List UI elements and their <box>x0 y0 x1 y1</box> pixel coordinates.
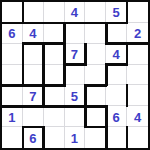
region-border-segment <box>126 126 129 149</box>
cell-r0-c0[interactable] <box>2 2 23 23</box>
cell-r3-c6[interactable] <box>127 65 148 86</box>
cell-r1-c4[interactable] <box>85 23 106 44</box>
cell-r6-c2[interactable] <box>44 127 65 148</box>
cell-r6-c1[interactable]: 6 <box>23 127 44 148</box>
cell-r5-c6[interactable]: 4 <box>127 106 148 127</box>
given-digit: 7 <box>29 89 36 102</box>
cell-r4-c1[interactable]: 7 <box>23 85 44 106</box>
given-digit: 6 <box>8 27 15 40</box>
region-border-segment <box>105 63 128 66</box>
cell-r2-c5[interactable]: 4 <box>106 44 127 65</box>
region-border-segment <box>105 105 108 149</box>
cell-r4-c4[interactable] <box>85 85 106 106</box>
cell-r2-c1[interactable] <box>23 44 44 65</box>
region-border-segment <box>126 1 129 24</box>
region-border-segment <box>22 126 25 149</box>
region-border-segment <box>84 84 87 128</box>
given-digit: 7 <box>71 48 78 61</box>
region-border-segment <box>84 84 107 87</box>
region-border-segment <box>105 64 108 87</box>
given-digit: 4 <box>71 6 78 19</box>
given-digit: 4 <box>134 110 141 123</box>
cell-r0-c6[interactable] <box>127 2 148 23</box>
cell-r2-c3[interactable]: 7 <box>65 44 86 65</box>
given-digit: 4 <box>113 48 120 61</box>
cell-r3-c5[interactable] <box>106 65 127 86</box>
region-border-segment <box>42 126 45 149</box>
cell-r5-c2[interactable] <box>44 106 65 127</box>
given-digit: 5 <box>71 89 78 102</box>
cell-r5-c1[interactable] <box>23 106 44 127</box>
region-border-segment <box>22 43 25 87</box>
cell-r6-c3[interactable]: 1 <box>65 127 86 148</box>
given-digit: 1 <box>8 110 15 123</box>
cell-r6-c0[interactable] <box>2 127 23 148</box>
region-border-segment <box>126 43 129 66</box>
cell-r3-c3[interactable] <box>65 65 86 86</box>
region-border-segment <box>63 22 66 87</box>
region-border-segment <box>105 22 108 45</box>
cell-r0-c3[interactable]: 4 <box>65 2 86 23</box>
cell-r0-c4[interactable] <box>85 2 106 23</box>
cell-r6-c4[interactable] <box>85 127 106 148</box>
cell-r5-c0[interactable]: 1 <box>2 106 23 127</box>
region-border-segment <box>22 126 45 129</box>
cell-r3-c4[interactable] <box>85 65 106 86</box>
region-border-segment <box>64 63 87 66</box>
region-border-segment <box>22 1 25 24</box>
cell-r5-c4[interactable] <box>85 106 106 127</box>
given-digit: 6 <box>29 132 36 145</box>
region-border-segment <box>1 84 66 87</box>
cell-r1-c3[interactable] <box>65 23 86 44</box>
given-digit: 4 <box>29 27 36 40</box>
cell-r1-c1[interactable]: 4 <box>23 23 44 44</box>
given-digit: 2 <box>134 27 141 40</box>
cell-r6-c6[interactable] <box>127 127 148 148</box>
cell-r0-c1[interactable] <box>23 2 44 23</box>
given-digit: 5 <box>113 6 120 19</box>
puzzle-board: 45642747516461 <box>0 0 150 150</box>
cell-r1-c6[interactable]: 2 <box>127 23 148 44</box>
cell-r4-c0[interactable] <box>2 85 23 106</box>
region-border-segment <box>84 43 87 66</box>
cell-r3-c0[interactable] <box>2 65 23 86</box>
cell-r3-c2[interactable] <box>44 65 65 86</box>
cell-r0-c5[interactable]: 5 <box>106 2 127 23</box>
given-digit: 6 <box>113 110 120 123</box>
cell-r4-c6[interactable] <box>127 85 148 106</box>
cell-r5-c5[interactable]: 6 <box>106 106 127 127</box>
cell-r4-c3[interactable]: 5 <box>65 85 86 106</box>
cell-r6-c5[interactable] <box>106 127 127 148</box>
region-border-segment <box>126 84 129 107</box>
cell-r2-c4[interactable] <box>85 44 106 65</box>
region-border-segment <box>1 105 107 108</box>
region-border-segment <box>84 126 107 129</box>
cell-r4-c2[interactable] <box>44 85 65 106</box>
region-border-segment <box>42 43 45 108</box>
cell-r1-c5[interactable] <box>106 23 127 44</box>
cell-r5-c3[interactable] <box>65 106 86 127</box>
cell-r1-c0[interactable]: 6 <box>2 23 23 44</box>
cell-r4-c5[interactable] <box>106 85 127 106</box>
cell-r2-c2[interactable] <box>44 44 65 65</box>
cell-r1-c2[interactable] <box>44 23 65 44</box>
cell-r2-c6[interactable] <box>127 44 148 65</box>
cell-r0-c2[interactable] <box>44 2 65 23</box>
puzzle-screenshot: 45642747516461 <box>0 0 150 150</box>
cell-r3-c1[interactable] <box>23 65 44 86</box>
given-digit: 1 <box>71 132 78 145</box>
cell-r2-c0[interactable] <box>2 44 23 65</box>
